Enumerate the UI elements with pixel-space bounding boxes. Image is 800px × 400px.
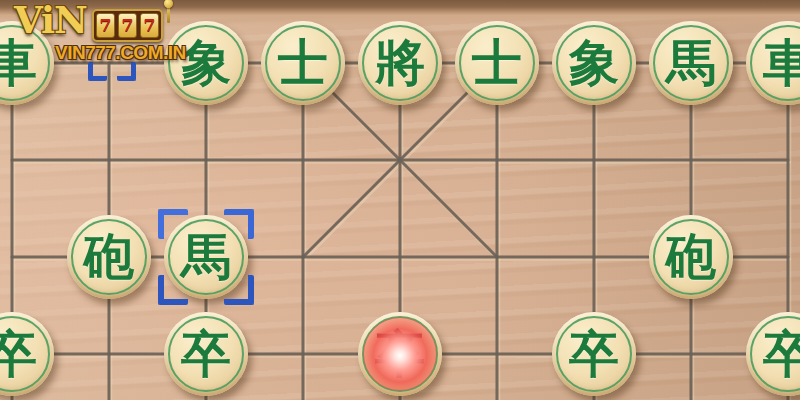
piece-advisor[interactable]: 士: [455, 21, 539, 105]
piece-character: 卒: [763, 329, 800, 379]
logo-text: ViN: [14, 2, 87, 39]
piece-cannon[interactable]: 砲: [649, 215, 733, 299]
piece-character: 士: [278, 38, 328, 88]
piece-cannon[interactable]: 砲: [67, 215, 151, 299]
piece-character: 卒: [181, 329, 231, 379]
piece-character: 卒: [375, 329, 425, 379]
piece-character: 馬: [666, 38, 716, 88]
logo-row: ViN 7 7 7: [14, 2, 186, 42]
piece-soldier[interactable]: 卒: [552, 312, 636, 396]
piece-character: 砲: [84, 232, 134, 282]
piece-character: 象: [181, 38, 231, 88]
piece-character: 象: [569, 38, 619, 88]
piece-horse[interactable]: 馬: [164, 215, 248, 299]
piece-general[interactable]: 將: [358, 21, 442, 105]
piece-soldier[interactable]: 卒: [358, 312, 442, 396]
xiangqi-game-screen[interactable]: 車象士將士象馬車砲馬砲卒卒卒卒卒 ViN 7 7 7 VIN777.COM.IN: [0, 0, 800, 400]
slot-reel: 7: [96, 13, 115, 38]
piece-elephant[interactable]: 象: [552, 21, 636, 105]
vin777-logo: ViN 7 7 7 VIN777.COM.IN: [14, 2, 186, 62]
piece-character: 馬: [181, 232, 231, 282]
piece-character: 將: [375, 38, 425, 88]
piece-soldier[interactable]: 卒: [164, 312, 248, 396]
logo-domain-text: VIN777.COM.IN: [55, 43, 186, 62]
piece-horse[interactable]: 馬: [649, 21, 733, 105]
slot-reel: 7: [118, 13, 137, 38]
piece-character: 卒: [569, 329, 619, 379]
slot-lever-icon: [167, 5, 170, 23]
piece-character: 士: [472, 38, 522, 88]
piece-character: 卒: [0, 329, 37, 379]
piece-character: 砲: [666, 232, 716, 282]
slot-reel: 7: [140, 13, 159, 38]
slot-machine-777-icon: 7 7 7: [92, 9, 163, 42]
piece-character: 車: [763, 38, 800, 88]
piece-advisor[interactable]: 士: [261, 21, 345, 105]
